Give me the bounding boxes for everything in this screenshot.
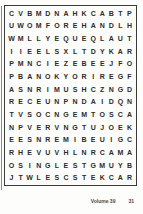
grid-cell-r6c3[interactable]: A — [25, 70, 34, 83]
grid-cell-r8c11[interactable]: I — [98, 96, 107, 109]
grid-cell-r2c6[interactable]: O — [52, 20, 61, 33]
grid-cell-r14c7[interactable]: C — [61, 171, 70, 184]
grid-cell-r4c9[interactable]: T — [80, 45, 89, 58]
grid-cell-r2c7[interactable]: R — [61, 20, 70, 33]
grid-cell-r7c9[interactable]: H — [80, 83, 89, 96]
grid-cell-r7c7[interactable]: U — [61, 83, 70, 96]
grid-cell-r9c2[interactable]: V — [16, 108, 25, 121]
grid-cell-r12c14[interactable]: A — [125, 146, 134, 159]
grid-cell-r8c8[interactable]: N — [70, 96, 79, 109]
grid-cell-r5c9[interactable]: B — [80, 58, 89, 71]
grid-cell-r7c6[interactable]: M — [52, 83, 61, 96]
grid-cell-r1c14[interactable]: P — [125, 7, 134, 20]
grid-cell-r1c2[interactable]: V — [16, 7, 25, 20]
grid-cell-r12c2[interactable]: H — [16, 146, 25, 159]
grid-cell-r9c3[interactable]: S — [25, 108, 34, 121]
grid-cell-r3c11[interactable]: L — [98, 32, 107, 45]
grid-cell-r10c12[interactable]: O — [107, 121, 116, 134]
grid-cell-r12c12[interactable]: A — [107, 146, 116, 159]
grid-cell-r4c11[interactable]: Y — [98, 45, 107, 58]
grid-cell-r6c11[interactable]: R — [98, 70, 107, 83]
grid-cell-r14c5[interactable]: E — [43, 171, 52, 184]
grid-cell-r14c14[interactable]: R — [125, 171, 134, 184]
page-number: 31 — [128, 198, 134, 204]
grid-cell-r13c1[interactable]: O — [7, 159, 16, 172]
grid-cell-r8c14[interactable]: N — [125, 96, 134, 109]
grid-cell-r1c3[interactable]: B — [25, 7, 34, 20]
grid-cell-r3c3[interactable]: L — [25, 32, 34, 45]
grid-cell-r3c1[interactable]: W — [7, 32, 16, 45]
grid-cell-r13c7[interactable]: E — [61, 159, 70, 172]
grid-cell-r14c9[interactable]: T — [80, 171, 89, 184]
grid-cell-r9c4[interactable]: O — [34, 108, 43, 121]
grid-cell-r1c13[interactable]: T — [116, 7, 125, 20]
grid-cell-r10c10[interactable]: U — [89, 121, 98, 134]
grid-cell-r10c6[interactable]: V — [52, 121, 61, 134]
grid-cell-r6c2[interactable]: B — [16, 70, 25, 83]
grid-cell-r1c1[interactable]: C — [7, 7, 16, 20]
grid-cell-r14c2[interactable]: T — [16, 171, 25, 184]
grid-cell-r12c3[interactable]: E — [25, 146, 34, 159]
grid-cell-r2c9[interactable]: H — [80, 20, 89, 33]
grid-cell-r11c1[interactable]: E — [7, 133, 16, 146]
grid-cell-r13c5[interactable]: G — [43, 159, 52, 172]
grid-cell-r6c6[interactable]: K — [52, 70, 61, 83]
grid-cell-r11c9[interactable]: B — [80, 133, 89, 146]
grid-cell-r4c10[interactable]: D — [89, 45, 98, 58]
grid-cell-r6c12[interactable]: E — [107, 70, 116, 83]
grid-cell-r5c13[interactable]: F — [116, 58, 125, 71]
grid-cell-r3c2[interactable]: M — [16, 32, 25, 45]
grid-cell-r5c2[interactable]: M — [16, 58, 25, 71]
grid-cell-r9c8[interactable]: E — [70, 108, 79, 121]
grid-cell-r12c8[interactable]: L — [70, 146, 79, 159]
grid-cell-r13c11[interactable]: M — [98, 159, 107, 172]
grid-cell-r11c14[interactable]: C — [125, 133, 134, 146]
grid-cell-r14c13[interactable]: A — [116, 171, 125, 184]
grid-cell-r11c6[interactable]: E — [52, 133, 61, 146]
grid-cell-r6c4[interactable]: N — [34, 70, 43, 83]
grid-cell-r8c7[interactable]: P — [61, 96, 70, 109]
grid-cell-r7c12[interactable]: N — [107, 83, 116, 96]
grid-cell-r1c5[interactable]: D — [43, 7, 52, 20]
grid-cell-r1c4[interactable]: M — [34, 7, 43, 20]
grid-cell-r12c7[interactable]: H — [61, 146, 70, 159]
grid-cell-r4c14[interactable]: R — [125, 45, 134, 58]
grid-cell-r8c9[interactable]: D — [80, 96, 89, 109]
grid-cell-r4c8[interactable]: L — [70, 45, 79, 58]
grid-cell-r4c4[interactable]: E — [34, 45, 43, 58]
grid-cell-r4c6[interactable]: S — [52, 45, 61, 58]
grid-cell-r14c11[interactable]: K — [98, 171, 107, 184]
grid-cell-r10c11[interactable]: J — [98, 121, 107, 134]
grid-cell-r8c13[interactable]: Q — [116, 96, 125, 109]
grid-cell-r6c13[interactable]: G — [116, 70, 125, 83]
letter-grid: CVBMDNAHKCABTPUWOMFOREHANDLHWMLLYEQUEQLA… — [5, 6, 136, 185]
grid-cell-r13c14[interactable]: B — [125, 159, 134, 172]
grid-cell-r9c11[interactable]: O — [98, 108, 107, 121]
grid-cell-r13c9[interactable]: T — [80, 159, 89, 172]
grid-cell-r7c4[interactable]: R — [34, 83, 43, 96]
grid-cell-r9c9[interactable]: M — [80, 108, 89, 121]
grid-cell-r5c3[interactable]: N — [25, 58, 34, 71]
grid-cell-r13c8[interactable]: S — [70, 159, 79, 172]
grid-cell-r6c7[interactable]: Y — [61, 70, 70, 83]
grid-cell-r14c4[interactable]: L — [34, 171, 43, 184]
grid-cell-r3c8[interactable]: U — [70, 32, 79, 45]
grid-cell-r8c2[interactable]: E — [16, 96, 25, 109]
grid-cell-r11c12[interactable]: I — [107, 133, 116, 146]
grid-cell-r10c8[interactable]: G — [70, 121, 79, 134]
grid-cell-r12c4[interactable]: V — [34, 146, 43, 159]
grid-cell-r10c3[interactable]: V — [25, 121, 34, 134]
grid-cell-r10c14[interactable]: K — [125, 121, 134, 134]
page-edge-line — [1, 6, 2, 190]
grid-cell-r8c6[interactable]: N — [52, 96, 61, 109]
grid-cell-r11c13[interactable]: G — [116, 133, 125, 146]
grid-cell-r14c12[interactable]: C — [107, 171, 116, 184]
grid-cell-r2c3[interactable]: O — [25, 20, 34, 33]
grid-cell-r4c13[interactable]: A — [116, 45, 125, 58]
grid-cell-r5c6[interactable]: E — [52, 58, 61, 71]
grid-cell-r9c12[interactable]: S — [107, 108, 116, 121]
grid-cell-r11c3[interactable]: S — [25, 133, 34, 146]
grid-cell-r2c8[interactable]: E — [70, 20, 79, 33]
grid-cell-r7c3[interactable]: N — [25, 83, 34, 96]
grid-cell-r9c14[interactable]: A — [125, 108, 134, 121]
grid-cell-r7c1[interactable]: A — [7, 83, 16, 96]
grid-cell-r8c12[interactable]: D — [107, 96, 116, 109]
grid-cell-r13c4[interactable]: N — [34, 159, 43, 172]
grid-cell-r6c10[interactable]: I — [89, 70, 98, 83]
grid-cell-r10c13[interactable]: E — [116, 121, 125, 134]
grid-cell-r3c7[interactable]: Q — [61, 32, 70, 45]
grid-cell-r12c9[interactable]: N — [80, 146, 89, 159]
grid-cell-r3c6[interactable]: E — [52, 32, 61, 45]
grid-cell-r3c4[interactable]: L — [34, 32, 43, 45]
grid-cell-r4c12[interactable]: K — [107, 45, 116, 58]
grid-cell-r11c7[interactable]: M — [61, 133, 70, 146]
grid-cell-r5c10[interactable]: E — [89, 58, 98, 71]
grid-cell-r5c12[interactable]: J — [107, 58, 116, 71]
grid-cell-r13c13[interactable]: Y — [116, 159, 125, 172]
grid-cell-r1c6[interactable]: N — [52, 7, 61, 20]
grid-cell-r14c10[interactable]: E — [89, 171, 98, 184]
volume-label: Volume 39 — [91, 198, 116, 204]
grid-cell-r1c10[interactable]: C — [89, 7, 98, 20]
grid-cell-r14c1[interactable]: J — [7, 171, 16, 184]
grid-cell-r14c3[interactable]: W — [25, 171, 34, 184]
grid-cell-r13c3[interactable]: I — [25, 159, 34, 172]
grid-cell-r13c10[interactable]: G — [89, 159, 98, 172]
word-search-board: CVBMDNAHKCABTPUWOMFOREHANDLHWMLLYEQUEQLA… — [4, 5, 137, 186]
grid-cell-r9c10[interactable]: T — [89, 108, 98, 121]
grid-cell-r10c7[interactable]: N — [61, 121, 70, 134]
grid-cell-r10c9[interactable]: T — [80, 121, 89, 134]
grid-cell-r4c7[interactable]: X — [61, 45, 70, 58]
grid-cell-r2c11[interactable]: N — [98, 20, 107, 33]
grid-cell-r12c6[interactable]: V — [52, 146, 61, 159]
grid-cell-r10c2[interactable]: P — [16, 121, 25, 134]
grid-cell-r3c5[interactable]: Y — [43, 32, 52, 45]
grid-cell-r7c8[interactable]: S — [70, 83, 79, 96]
grid-cell-r6c8[interactable]: O — [70, 70, 79, 83]
grid-cell-r4c3[interactable]: E — [25, 45, 34, 58]
grid-cell-r8c4[interactable]: E — [34, 96, 43, 109]
grid-cell-r1c12[interactable]: B — [107, 7, 116, 20]
grid-cell-r9c5[interactable]: C — [43, 108, 52, 121]
grid-cell-r2c5[interactable]: F — [43, 20, 52, 33]
grid-cell-r7c14[interactable]: D — [125, 83, 134, 96]
grid-cell-r3c12[interactable]: A — [107, 32, 116, 45]
grid-cell-r4c1[interactable]: I — [7, 45, 16, 58]
grid-cell-r13c6[interactable]: L — [52, 159, 61, 172]
grid-cell-r6c9[interactable]: R — [80, 70, 89, 83]
grid-cell-r10c4[interactable]: E — [34, 121, 43, 134]
grid-cell-r1c8[interactable]: H — [70, 7, 79, 20]
grid-cell-r6c1[interactable]: P — [7, 70, 16, 83]
grid-cell-r5c8[interactable]: E — [70, 58, 79, 71]
grid-cell-r9c1[interactable]: T — [7, 108, 16, 121]
grid-cell-r3c13[interactable]: U — [116, 32, 125, 45]
grid-cell-r2c4[interactable]: M — [34, 20, 43, 33]
grid-cell-r3c9[interactable]: E — [80, 32, 89, 45]
grid-cell-r2c12[interactable]: D — [107, 20, 116, 33]
grid-cell-r5c1[interactable]: P — [7, 58, 16, 71]
grid-cell-r2c10[interactable]: A — [89, 20, 98, 33]
grid-cell-r9c7[interactable]: G — [61, 108, 70, 121]
grid-cell-r7c13[interactable]: G — [116, 83, 125, 96]
grid-cell-r11c5[interactable]: R — [43, 133, 52, 146]
page-footer: Volume 39 31 — [0, 198, 134, 204]
grid-cell-r5c14[interactable]: O — [125, 58, 134, 71]
grid-cell-r13c12[interactable]: U — [107, 159, 116, 172]
grid-cell-r10c1[interactable]: N — [7, 121, 16, 134]
grid-cell-r9c13[interactable]: C — [116, 108, 125, 121]
grid-cell-r7c10[interactable]: C — [89, 83, 98, 96]
grid-cell-r8c5[interactable]: U — [43, 96, 52, 109]
grid-cell-r11c10[interactable]: E — [89, 133, 98, 146]
grid-cell-r2c14[interactable]: H — [125, 20, 134, 33]
grid-cell-r1c9[interactable]: K — [80, 7, 89, 20]
grid-cell-r2c1[interactable]: U — [7, 20, 16, 33]
grid-cell-r2c2[interactable]: W — [16, 20, 25, 33]
grid-cell-r8c1[interactable]: R — [7, 96, 16, 109]
grid-cell-r14c6[interactable]: S — [52, 171, 61, 184]
grid-cell-r14c8[interactable]: S — [70, 171, 79, 184]
grid-cell-r11c4[interactable]: N — [34, 133, 43, 146]
grid-cell-r11c2[interactable]: E — [16, 133, 25, 146]
grid-cell-r5c11[interactable]: E — [98, 58, 107, 71]
grid-cell-r6c14[interactable]: F — [125, 70, 134, 83]
grid-cell-r5c5[interactable]: I — [43, 58, 52, 71]
grid-cell-r8c10[interactable]: A — [89, 96, 98, 109]
grid-cell-r12c5[interactable]: U — [43, 146, 52, 159]
grid-cell-r11c11[interactable]: U — [98, 133, 107, 146]
grid-cell-r12c11[interactable]: C — [98, 146, 107, 159]
grid-cell-r3c14[interactable]: T — [125, 32, 134, 45]
grid-cell-r5c4[interactable]: C — [34, 58, 43, 71]
grid-cell-r4c2[interactable]: I — [16, 45, 25, 58]
grid-cell-r7c5[interactable]: I — [43, 83, 52, 96]
grid-cell-r7c11[interactable]: Z — [98, 83, 107, 96]
grid-cell-r2c13[interactable]: L — [116, 20, 125, 33]
grid-cell-r4c5[interactable]: L — [43, 45, 52, 58]
grid-cell-r12c10[interactable]: R — [89, 146, 98, 159]
grid-cell-r12c1[interactable]: R — [7, 146, 16, 159]
grid-cell-r10c5[interactable]: R — [43, 121, 52, 134]
grid-cell-r6c5[interactable]: O — [43, 70, 52, 83]
grid-cell-r8c3[interactable]: C — [25, 96, 34, 109]
grid-cell-r3c10[interactable]: Q — [89, 32, 98, 45]
grid-cell-r7c2[interactable]: S — [16, 83, 25, 96]
grid-cell-r11c8[interactable]: I — [70, 133, 79, 146]
grid-cell-r1c7[interactable]: A — [61, 7, 70, 20]
grid-cell-r1c11[interactable]: A — [98, 7, 107, 20]
grid-cell-r9c6[interactable]: N — [52, 108, 61, 121]
grid-cell-r13c2[interactable]: S — [16, 159, 25, 172]
grid-cell-r12c13[interactable]: M — [116, 146, 125, 159]
grid-cell-r5c7[interactable]: Z — [61, 58, 70, 71]
